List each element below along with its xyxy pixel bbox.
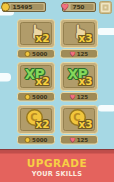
multiplier-label: x2: [35, 76, 49, 88]
upgrade-slot-xp-x2: XP x2 5000: [17, 62, 55, 102]
card-inner-panel: ☛ x3: [63, 22, 95, 45]
multiplier-label: x3: [78, 76, 92, 88]
price-amount: 125: [77, 137, 88, 144]
top-bar: 15495 ♥ 750: [0, 0, 114, 15]
coin-icon: [25, 51, 31, 57]
settings-button[interactable]: [99, 1, 112, 14]
cloud: [0, 73, 11, 82]
heart-icon: ♥: [70, 137, 75, 143]
upgrade-card-coin-x3[interactable]: C x3: [60, 105, 98, 134]
price-tag-tap-x2[interactable]: 5000: [17, 49, 55, 59]
upgrade-slot-tap-x3: ☛ x3 ♥ 125: [60, 19, 98, 59]
upgrade-card-xp-x2[interactable]: XP x2: [17, 62, 55, 91]
price-amount: 125: [77, 94, 88, 101]
coin-counter: 15495: [2, 2, 46, 12]
price-tag-coin-x2[interactable]: 5000: [17, 135, 55, 145]
price-tag-coin-x3[interactable]: ♥ 125: [60, 135, 98, 145]
card-inner-panel: ☛ x2: [20, 22, 52, 45]
banner-subtitle: YOUR SKILLS: [0, 170, 114, 178]
upgrade-shop-screen: 15495 ♥ 750 ☛ x2 5000: [0, 0, 114, 182]
coin-counter-value: 15495: [11, 4, 44, 10]
banner-title: UPGRADE: [0, 157, 114, 169]
upgrade-slot-xp-x3: XP x3 ♥ 125: [60, 62, 98, 102]
price-amount: 5000: [32, 137, 47, 144]
settings-icon-dot: [105, 7, 107, 9]
upgrade-card-coin-x2[interactable]: C x2: [17, 105, 55, 134]
game-screen: 15495 ♥ 750 ☛ x2 5000: [0, 0, 114, 182]
card-inner-panel: XP x3: [63, 65, 95, 88]
heart-icon: ♥: [70, 94, 75, 100]
price-tag-xp-x3[interactable]: ♥ 125: [60, 92, 98, 102]
multiplier-label: x3: [78, 119, 92, 131]
upgrade-slot-coin-x3: C x3 ♥ 125: [60, 105, 98, 145]
upgrade-card-tap-x3[interactable]: ☛ x3: [60, 19, 98, 48]
heart-counter: ♥ 750: [62, 2, 96, 12]
upgrade-card-xp-x3[interactable]: XP x3: [60, 62, 98, 91]
upgrade-slot-coin-x2: C x2 5000: [17, 105, 55, 145]
price-tag-xp-x2[interactable]: 5000: [17, 92, 55, 102]
heart-icon: ♥: [70, 51, 75, 57]
multiplier-label: x2: [35, 119, 49, 131]
card-inner-panel: C x2: [20, 108, 52, 131]
cloud: [97, 28, 114, 35]
multiplier-label: x3: [78, 33, 92, 45]
price-tag-tap-x3[interactable]: ♥ 125: [60, 49, 98, 59]
card-inner-panel: XP x2: [20, 65, 52, 88]
price-amount: 125: [77, 51, 88, 58]
card-inner-panel: C x3: [63, 108, 95, 131]
heart-icon: ♥: [61, 2, 69, 12]
settings-icon: [101, 3, 110, 12]
banner-stripe: [0, 151, 114, 154]
upgrade-cards-grid: ☛ x2 5000 ☛ x3 ♥ 125: [17, 19, 98, 145]
coin-icon: [1, 3, 10, 12]
cloud: [98, 105, 114, 112]
price-amount: 5000: [32, 94, 47, 101]
multiplier-label: x2: [35, 33, 49, 45]
upgrade-card-tap-x2[interactable]: ☛ x2: [17, 19, 55, 48]
upgrade-banner: UPGRADE YOUR SKILLS: [0, 149, 114, 182]
heart-counter-value: 750: [71, 4, 94, 10]
upgrade-slot-tap-x2: ☛ x2 5000: [17, 19, 55, 59]
coin-icon: [25, 94, 31, 100]
coin-icon: [25, 137, 31, 143]
price-amount: 5000: [32, 51, 47, 58]
